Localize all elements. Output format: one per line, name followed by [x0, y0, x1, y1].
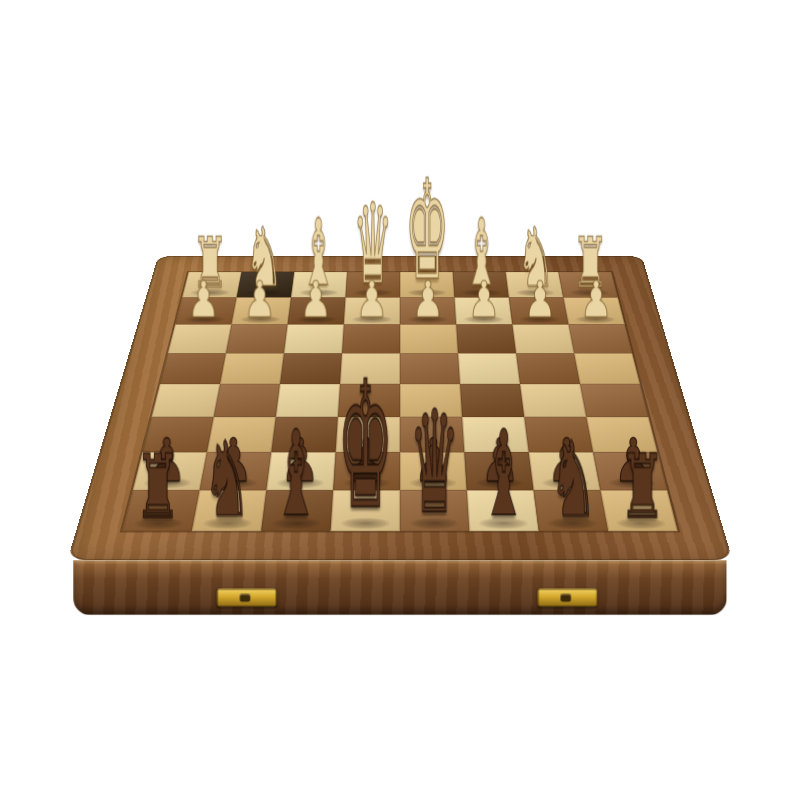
white-pawn-b2[interactable]: ♟: [524, 276, 556, 322]
black-knight-b8[interactable]: ♞: [549, 433, 597, 528]
square-d2[interactable]: ♟: [400, 297, 456, 324]
square-a2[interactable]: ♟: [563, 297, 624, 324]
black-knight-g8[interactable]: ♞: [203, 433, 251, 528]
square-a4[interactable]: [574, 353, 640, 384]
square-e2[interactable]: ♟: [344, 297, 400, 324]
square-g4[interactable]: [220, 353, 284, 384]
board-front-edge: [73, 560, 726, 615]
square-h5[interactable]: [152, 384, 220, 417]
square-f3[interactable]: [284, 324, 344, 353]
black-bishop-c8[interactable]: ♝: [481, 420, 526, 528]
white-pawn-h2[interactable]: ♟: [188, 276, 220, 322]
black-rook-h8[interactable]: ♜: [135, 447, 181, 528]
square-h2[interactable]: ♟: [175, 297, 236, 324]
square-c2[interactable]: ♟: [454, 297, 512, 324]
square-g3[interactable]: [226, 324, 288, 353]
chess-board-3d: ♜♞♝♛♚♝♞♜♟♟♟♟♟♟♟♟♟♟♟♟♟♟♟♟♜♞♝♚♛♝♞♜: [67, 256, 732, 560]
square-a3[interactable]: [569, 324, 633, 353]
chess-board-grid: ♜♞♝♛♚♝♞♜♟♟♟♟♟♟♟♟♟♟♟♟♟♟♟♟♜♞♝♚♛♝♞♜: [122, 272, 677, 531]
square-b3[interactable]: [512, 324, 574, 353]
square-f2[interactable]: ♟: [288, 297, 346, 324]
square-c8[interactable]: ♝: [467, 490, 539, 531]
square-h4[interactable]: [160, 353, 226, 384]
square-c3[interactable]: [456, 324, 516, 353]
black-rook-a8[interactable]: ♜: [619, 447, 665, 528]
square-f8[interactable]: ♝: [261, 490, 333, 531]
white-pawn-a2[interactable]: ♟: [580, 276, 612, 322]
square-d3[interactable]: [400, 324, 458, 353]
square-h8[interactable]: ♜: [122, 490, 199, 531]
brass-latch-right: [537, 589, 596, 607]
square-e8[interactable]: ♚: [331, 490, 400, 531]
square-b8[interactable]: ♞: [534, 490, 609, 531]
product-photo-scene: ♜♞♝♛♚♝♞♜♟♟♟♟♟♟♟♟♟♟♟♟♟♟♟♟♜♞♝♚♛♝♞♜: [0, 0, 800, 800]
board-frame: ♜♞♝♛♚♝♞♜♟♟♟♟♟♟♟♟♟♟♟♟♟♟♟♟♜♞♝♚♛♝♞♜: [67, 256, 732, 560]
black-bishop-f8[interactable]: ♝: [273, 420, 318, 528]
brass-latch-left: [217, 589, 276, 607]
square-g2[interactable]: ♟: [231, 297, 291, 324]
white-pawn-e2[interactable]: ♟: [356, 276, 388, 322]
square-f4[interactable]: [280, 353, 342, 384]
square-c4[interactable]: [458, 353, 520, 384]
square-g5[interactable]: [214, 384, 280, 417]
square-b4[interactable]: [516, 353, 580, 384]
square-b5[interactable]: [520, 384, 586, 417]
square-d8[interactable]: ♛: [400, 490, 469, 531]
white-pawn-d2[interactable]: ♟: [412, 276, 444, 322]
square-g8[interactable]: ♞: [192, 490, 267, 531]
square-a8[interactable]: ♜: [600, 490, 677, 531]
white-pawn-c2[interactable]: ♟: [468, 276, 500, 322]
square-b2[interactable]: ♟: [509, 297, 569, 324]
black-king-e8[interactable]: ♚: [337, 367, 393, 528]
square-a5[interactable]: [580, 384, 648, 417]
black-queen-d8[interactable]: ♛: [409, 398, 460, 528]
square-h3[interactable]: [168, 324, 232, 353]
white-pawn-f2[interactable]: ♟: [300, 276, 332, 322]
white-pawn-g2[interactable]: ♟: [244, 276, 276, 322]
